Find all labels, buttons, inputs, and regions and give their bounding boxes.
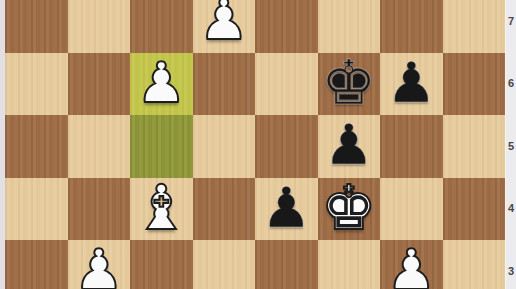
black-pawn-g6[interactable]: ♟	[386, 55, 436, 111]
square-f7[interactable]	[318, 0, 381, 53]
white-pawn-d7[interactable]: ♟	[199, 0, 249, 48]
white-king-f4[interactable]: ♚	[321, 177, 377, 239]
square-h5[interactable]	[443, 115, 506, 178]
square-a5[interactable]	[5, 115, 68, 178]
white-pawn-g3[interactable]: ♟	[386, 242, 436, 289]
white-pawn-b3[interactable]: ♟	[74, 242, 124, 289]
square-a6[interactable]	[5, 53, 68, 116]
square-b7[interactable]	[68, 0, 131, 53]
square-b3[interactable]: ♟	[68, 240, 131, 289]
square-d3[interactable]	[193, 240, 256, 289]
rank-label-7: 7	[506, 14, 516, 29]
white-pawn-c6[interactable]: ♟	[136, 55, 186, 111]
square-f6[interactable]: ♚	[318, 53, 381, 116]
square-c3[interactable]	[130, 240, 193, 289]
rank-label-6: 6	[506, 76, 516, 91]
chess-app-screen: ♟♟♚♟♟♝♟♚♟♟ 76543	[0, 0, 516, 289]
square-e6[interactable]	[255, 53, 318, 116]
square-e5[interactable]	[255, 115, 318, 178]
square-b6[interactable]	[68, 53, 131, 116]
square-c6[interactable]: ♟	[130, 53, 193, 116]
rank-label-5: 5	[506, 139, 516, 154]
square-h6[interactable]	[443, 53, 506, 116]
square-a4[interactable]	[5, 178, 68, 241]
rank-label-3: 3	[506, 264, 516, 279]
square-f5[interactable]: ♟	[318, 115, 381, 178]
square-e3[interactable]	[255, 240, 318, 289]
rank-label-4: 4	[506, 201, 516, 216]
square-d7[interactable]: ♟	[193, 0, 256, 53]
white-bishop-c4[interactable]: ♝	[133, 177, 189, 239]
square-a7[interactable]	[5, 0, 68, 53]
square-g7[interactable]	[380, 0, 443, 53]
square-e4[interactable]: ♟	[255, 178, 318, 241]
square-d5[interactable]	[193, 115, 256, 178]
black-pawn-f5[interactable]: ♟	[324, 117, 374, 173]
square-g6[interactable]: ♟	[380, 53, 443, 116]
square-g4[interactable]	[380, 178, 443, 241]
black-pawn-e4[interactable]: ♟	[261, 180, 311, 236]
chess-board[interactable]: ♟♟♚♟♟♝♟♚♟♟	[5, 0, 505, 289]
square-d4[interactable]	[193, 178, 256, 241]
square-c7[interactable]	[130, 0, 193, 53]
square-h4[interactable]	[443, 178, 506, 241]
square-g5[interactable]	[380, 115, 443, 178]
square-d6[interactable]	[193, 53, 256, 116]
square-b4[interactable]	[68, 178, 131, 241]
square-a3[interactable]	[5, 240, 68, 289]
board-right-gutter: 76543	[505, 0, 516, 289]
square-e7[interactable]	[255, 0, 318, 53]
square-h3[interactable]	[443, 240, 506, 289]
square-h7[interactable]	[443, 0, 506, 53]
square-f3[interactable]	[318, 240, 381, 289]
black-king-f6[interactable]: ♚	[321, 52, 377, 114]
square-b5[interactable]	[68, 115, 131, 178]
square-g3[interactable]: ♟	[380, 240, 443, 289]
square-f4[interactable]: ♚	[318, 178, 381, 241]
square-c5[interactable]	[130, 115, 193, 178]
square-c4[interactable]: ♝	[130, 178, 193, 241]
